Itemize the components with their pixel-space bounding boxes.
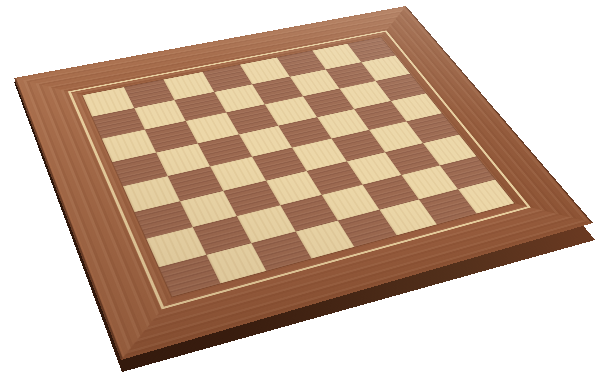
chess-board bbox=[14, 6, 593, 360]
board-frame bbox=[14, 6, 593, 360]
product-photo-scene bbox=[0, 0, 600, 374]
board-grid bbox=[83, 37, 515, 296]
